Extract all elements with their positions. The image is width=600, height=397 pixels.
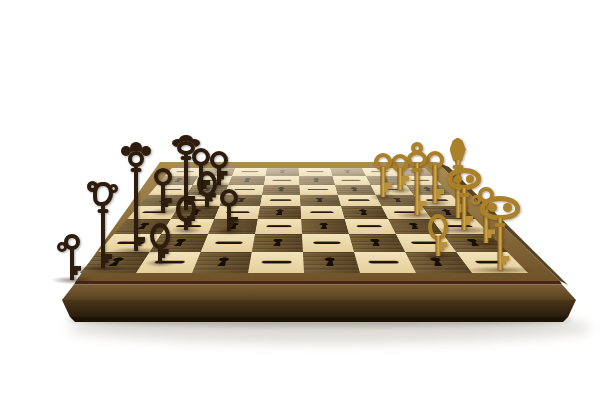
key-bit (501, 256, 509, 265)
key-bit (230, 217, 238, 226)
key-bit (161, 249, 169, 258)
key-bit (208, 193, 216, 202)
black-queen-key-g8 (86, 182, 120, 268)
black-rook-key-h8 (58, 234, 86, 280)
key-collar (98, 209, 109, 213)
key-bit (73, 266, 81, 275)
key-bit (164, 198, 172, 207)
key-bit (384, 183, 392, 192)
key-bit (187, 216, 195, 225)
key-shaft (161, 182, 165, 212)
pieces-layer (0, 0, 600, 397)
key-bit (220, 171, 228, 180)
key-bit (137, 237, 145, 246)
key-bit (104, 254, 112, 263)
key-bit (418, 201, 426, 210)
key-bow (480, 196, 520, 220)
black-king-key-f8 (119, 139, 153, 251)
key-collar (181, 156, 192, 160)
key-shaft (380, 167, 385, 197)
black-pawn-key-f6 (220, 189, 238, 231)
key-collar (412, 168, 423, 172)
black-pawn-key-f7 (176, 196, 196, 230)
key-collar (131, 168, 142, 172)
white-rook-key-h1 (477, 196, 523, 270)
key-bit (436, 189, 444, 198)
key-shaft (70, 248, 74, 280)
key-bit (439, 242, 447, 251)
white-queen-key-e2 (403, 139, 431, 215)
key-bow (93, 182, 113, 206)
product-photo-stage (0, 0, 600, 397)
black-rook-key-e8 (154, 168, 172, 212)
white-pawn-key-g2 (428, 214, 448, 256)
black-pawn-key-h7 (150, 223, 170, 263)
key-collar (459, 193, 470, 197)
white-pawn-key-d2 (374, 153, 392, 197)
key-collar (495, 223, 506, 227)
